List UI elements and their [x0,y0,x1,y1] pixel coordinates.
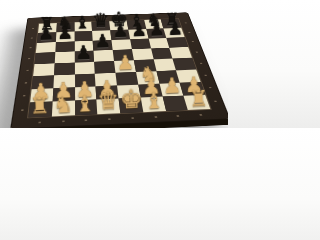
square-f6[interactable] [130,38,151,49]
coordinate-dot [214,101,217,103]
square-b7[interactable]: ♟ [56,32,75,42]
coordinate-dot [204,74,207,75]
coordinate-dot [85,119,87,121]
piece-black-pawn[interactable]: ♟ [130,21,147,39]
square-d5[interactable] [94,50,114,62]
square-f7[interactable]: ♟ [128,29,148,39]
coordinate-dot [191,41,193,42]
piece-black-pawn[interactable]: ♟ [167,19,183,37]
square-a6[interactable] [36,42,56,53]
coordinate-dot [188,32,190,33]
square-e7[interactable]: ♟ [110,30,130,40]
square-e4[interactable]: ♟ [114,60,136,72]
piece-black-bishop[interactable]: ♝ [75,14,91,32]
piece-black-pawn[interactable]: ♟ [94,32,111,51]
square-h7[interactable]: ♟ [164,28,185,38]
square-d6[interactable]: ♟ [93,40,113,51]
square-h5[interactable] [169,47,192,59]
square-d1[interactable]: ♛ [97,99,121,115]
square-f5[interactable] [132,49,154,61]
square-c8[interactable]: ♝ [74,22,92,32]
coordinate-dot [195,52,197,53]
coordinate-dot [24,82,26,83]
square-a5[interactable] [34,52,55,64]
square-e6[interactable] [111,39,131,50]
piece-white-rook[interactable]: ♜ [189,87,209,110]
piece-black-pawn[interactable]: ♟ [37,24,54,43]
square-b1[interactable]: ♞ [52,101,75,117]
coordinate-dot [32,28,34,29]
square-d4[interactable] [94,61,115,74]
piece-black-pawn[interactable]: ♟ [56,23,73,41]
square-a7[interactable]: ♟ [37,32,56,42]
square-b6[interactable] [55,41,74,52]
board-squares: ♜♞♝♛♚♝♞♜♟♟♟♟♟♟♟♟♟♞♟♟♟♟♟♟♟♜♞♝♛♚♝♜ [28,19,210,118]
coordinate-dot [26,70,28,71]
piece-white-king[interactable]: ♚ [119,87,143,113]
coordinate-dot [30,37,32,38]
square-b4[interactable] [54,63,75,76]
piece-white-pawn[interactable]: ♟ [116,52,134,72]
coordinate-dot [108,118,110,120]
coordinate-dot [38,121,41,123]
square-b5[interactable] [54,52,74,64]
coordinate-dot [131,117,134,119]
square-e3[interactable] [115,72,138,85]
coordinate-dot [199,114,202,116]
square-c1[interactable]: ♝ [75,100,98,116]
square-c7[interactable] [74,31,93,41]
piece-white-bishop[interactable]: ♝ [75,92,96,115]
square-g1[interactable] [162,96,188,111]
piece-black-queen[interactable]: ♛ [92,11,110,31]
square-e1[interactable]: ♚ [119,98,143,113]
piece-white-bishop[interactable]: ♝ [144,89,164,112]
coordinate-dot [177,115,180,117]
piece-white-rook[interactable]: ♜ [29,94,50,117]
coordinate-dot [209,87,212,88]
piece-black-pawn[interactable]: ♟ [75,43,93,63]
square-a4[interactable] [33,63,54,76]
coordinate-dot [62,120,64,122]
coordinate-dot [184,22,186,23]
square-g7[interactable]: ♟ [146,28,167,38]
square-c5[interactable]: ♟ [74,51,94,63]
coordinate-dot [20,109,23,111]
square-f1[interactable]: ♝ [140,97,165,112]
piece-black-pawn[interactable]: ♟ [149,20,165,38]
square-c4[interactable] [74,62,95,75]
piece-white-knight[interactable]: ♞ [52,93,73,116]
piece-black-pawn[interactable]: ♟ [112,21,129,39]
chessboard: ♜♞♝♛♚♝♞♜♟♟♟♟♟♟♟♟♟♞♟♟♟♟♟♟♟♜♞♝♛♚♝♜ [10,12,228,128]
piece-white-queen[interactable]: ♛ [97,89,120,114]
coordinate-dot [28,58,30,59]
coordinate-dot [154,116,157,118]
piece-white-pawn[interactable]: ♟ [163,75,182,97]
product-photo-scene: ♜♞♝♛♚♝♞♜♟♟♟♟♟♟♟♟♟♞♟♟♟♟♟♟♟♜♞♝♛♚♝♜ [0,0,228,128]
coordinate-dot [199,63,201,64]
coordinate-dot [22,95,24,96]
square-a1[interactable]: ♜ [28,102,52,118]
square-h4[interactable] [173,58,196,70]
square-h1[interactable]: ♜ [184,95,211,110]
coordinate-dot [29,47,31,48]
